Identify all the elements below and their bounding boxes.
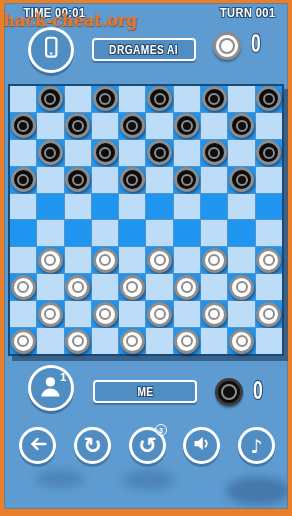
- board-square[interactable]: [10, 167, 36, 193]
- white-piece[interactable]: [65, 275, 90, 300]
- board-square[interactable]: [174, 194, 200, 220]
- board-square[interactable]: [256, 140, 282, 166]
- board-square[interactable]: [92, 274, 118, 300]
- board-square[interactable]: [228, 220, 254, 246]
- board-square[interactable]: [10, 194, 36, 220]
- speaker-icon: [191, 433, 212, 458]
- board-square[interactable]: [228, 167, 254, 193]
- board-square[interactable]: [92, 301, 118, 327]
- opponent-count-text: 0: [251, 30, 261, 56]
- undo-button[interactable]: ↺ 3: [129, 427, 166, 464]
- player-avatar-button[interactable]: 1: [28, 365, 74, 411]
- board-square[interactable]: [146, 328, 172, 354]
- black-piece[interactable]: [65, 167, 90, 192]
- board-square[interactable]: [119, 140, 145, 166]
- board-square[interactable]: [201, 194, 227, 220]
- board-square[interactable]: [256, 220, 282, 246]
- board-square[interactable]: [65, 328, 91, 354]
- black-piece[interactable]: [65, 113, 90, 138]
- board-square[interactable]: [201, 167, 227, 193]
- board-square[interactable]: [37, 194, 63, 220]
- black-piece[interactable]: [147, 86, 172, 111]
- black-piece[interactable]: [120, 167, 145, 192]
- board-square[interactable]: [119, 247, 145, 273]
- board-square[interactable]: [119, 328, 145, 354]
- undo-icon: ↺: [138, 435, 156, 457]
- music-note-icon: ♪: [250, 435, 262, 457]
- board-square[interactable]: [119, 194, 145, 220]
- board-square[interactable]: [119, 220, 145, 246]
- board-square[interactable]: [146, 247, 172, 273]
- black-piece[interactable]: [93, 86, 118, 111]
- board-square[interactable]: [228, 194, 254, 220]
- white-piece[interactable]: [256, 248, 281, 273]
- board-square[interactable]: [65, 247, 91, 273]
- board-square[interactable]: [10, 328, 36, 354]
- white-piece[interactable]: [65, 329, 90, 354]
- board-square[interactable]: [65, 140, 91, 166]
- white-piece[interactable]: [229, 275, 254, 300]
- sound-button[interactable]: [183, 427, 220, 464]
- player-count-text: 0: [253, 377, 263, 403]
- board-square[interactable]: [119, 113, 145, 139]
- board-square[interactable]: [37, 140, 63, 166]
- board-square[interactable]: [174, 113, 200, 139]
- black-piece[interactable]: [147, 140, 172, 165]
- board-square[interactable]: [174, 140, 200, 166]
- board-square[interactable]: [92, 140, 118, 166]
- board-square[interactable]: [146, 113, 172, 139]
- board-square[interactable]: [174, 220, 200, 246]
- board-square[interactable]: [146, 220, 172, 246]
- white-piece[interactable]: [147, 248, 172, 273]
- black-piece[interactable]: [229, 167, 254, 192]
- board-square[interactable]: [37, 220, 63, 246]
- board-square[interactable]: [201, 328, 227, 354]
- black-piece[interactable]: [120, 113, 145, 138]
- phone-icon: [38, 35, 64, 65]
- back-button[interactable]: [19, 427, 56, 464]
- board-square[interactable]: [37, 113, 63, 139]
- board-square[interactable]: [65, 167, 91, 193]
- board-square[interactable]: [119, 167, 145, 193]
- decorative-piece-shadow: [36, 470, 84, 488]
- player-name-button[interactable]: ME: [93, 380, 197, 403]
- board-square[interactable]: [256, 301, 282, 327]
- board-square[interactable]: [10, 247, 36, 273]
- board-square[interactable]: [146, 194, 172, 220]
- board-square[interactable]: [92, 167, 118, 193]
- board-square[interactable]: [119, 86, 145, 112]
- board-square[interactable]: [37, 274, 63, 300]
- board-square[interactable]: [65, 86, 91, 112]
- white-piece[interactable]: [147, 302, 172, 327]
- board-square[interactable]: [119, 301, 145, 327]
- white-piece[interactable]: [174, 275, 199, 300]
- white-piece[interactable]: [38, 302, 63, 327]
- board-square[interactable]: [201, 247, 227, 273]
- player-number-badge: 1: [60, 371, 66, 383]
- board-square[interactable]: [201, 113, 227, 139]
- white-piece[interactable]: [120, 329, 145, 354]
- board-square[interactable]: [256, 274, 282, 300]
- white-piece[interactable]: [11, 275, 36, 300]
- board-square[interactable]: [10, 113, 36, 139]
- board-square[interactable]: [201, 86, 227, 112]
- back-arrow-icon: [27, 433, 49, 459]
- restart-button[interactable]: ↻: [74, 427, 111, 464]
- white-piece[interactable]: [256, 302, 281, 327]
- board-square[interactable]: [174, 328, 200, 354]
- board-square[interactable]: [92, 194, 118, 220]
- white-piece[interactable]: [174, 329, 199, 354]
- board-square[interactable]: [146, 86, 172, 112]
- board-square[interactable]: [92, 328, 118, 354]
- board-square[interactable]: [92, 247, 118, 273]
- player-captured-piece-icon: [215, 378, 243, 406]
- opponent-captured-piece-icon: [213, 32, 241, 60]
- board-square[interactable]: [201, 140, 227, 166]
- board-square[interactable]: [228, 274, 254, 300]
- board-square[interactable]: [201, 301, 227, 327]
- black-piece[interactable]: [11, 167, 36, 192]
- black-piece[interactable]: [93, 140, 118, 165]
- black-piece[interactable]: [38, 86, 63, 111]
- board-square[interactable]: [10, 86, 36, 112]
- opponent-avatar-button[interactable]: [28, 27, 74, 73]
- board-square[interactable]: [65, 220, 91, 246]
- board-square[interactable]: [228, 113, 254, 139]
- undo-count-badge: 3: [155, 424, 167, 436]
- opponent-name: DRGAMES AI: [109, 43, 178, 57]
- board-square[interactable]: [256, 167, 282, 193]
- opponent-captured-count: 0: [249, 30, 263, 56]
- restart-icon: ↻: [83, 435, 101, 457]
- board-square[interactable]: [256, 247, 282, 273]
- draughts-board: [8, 84, 284, 356]
- black-piece[interactable]: [256, 140, 281, 165]
- black-piece[interactable]: [174, 167, 199, 192]
- black-piece[interactable]: [202, 86, 227, 111]
- board-square[interactable]: [174, 86, 200, 112]
- turn-label: TURN 001: [215, 5, 280, 20]
- white-piece[interactable]: [93, 248, 118, 273]
- board-square[interactable]: [10, 220, 36, 246]
- black-piece[interactable]: [174, 113, 199, 138]
- white-piece[interactable]: [229, 329, 254, 354]
- board-square[interactable]: [228, 301, 254, 327]
- white-piece[interactable]: [202, 248, 227, 273]
- black-piece[interactable]: [11, 113, 36, 138]
- player-name: ME: [137, 385, 153, 399]
- decorative-piece-shadow: [123, 470, 175, 490]
- board-square[interactable]: [174, 247, 200, 273]
- board-square[interactable]: [174, 274, 200, 300]
- board-square[interactable]: [37, 247, 63, 273]
- board-square[interactable]: [256, 86, 282, 112]
- music-button[interactable]: ♪: [238, 427, 275, 464]
- board-square[interactable]: [10, 140, 36, 166]
- board-square[interactable]: [201, 274, 227, 300]
- board-square[interactable]: [65, 113, 91, 139]
- board-square[interactable]: [92, 86, 118, 112]
- board-square[interactable]: [65, 301, 91, 327]
- board-square[interactable]: [174, 167, 200, 193]
- time-label: TIME 00:01: [18, 5, 91, 20]
- board-square[interactable]: [256, 113, 282, 139]
- board-square[interactable]: [10, 301, 36, 327]
- board-square[interactable]: [256, 194, 282, 220]
- board-square[interactable]: [228, 86, 254, 112]
- black-piece[interactable]: [229, 113, 254, 138]
- board-square[interactable]: [92, 220, 118, 246]
- opponent-name-button[interactable]: DRGAMES AI: [92, 38, 196, 61]
- board-square[interactable]: [174, 301, 200, 327]
- white-piece[interactable]: [202, 302, 227, 327]
- turn-text: TURN 001: [219, 5, 275, 20]
- time-text: TIME 00:01: [23, 5, 85, 20]
- player-captured-count: 0: [251, 377, 265, 403]
- board-square[interactable]: [37, 167, 63, 193]
- white-piece[interactable]: [11, 329, 36, 354]
- board-square[interactable]: [228, 328, 254, 354]
- black-piece[interactable]: [38, 140, 63, 165]
- board-square[interactable]: [65, 274, 91, 300]
- white-piece[interactable]: [38, 248, 63, 273]
- board-square[interactable]: [146, 301, 172, 327]
- board-square[interactable]: [37, 328, 63, 354]
- black-piece[interactable]: [256, 86, 281, 111]
- board-square[interactable]: [37, 86, 63, 112]
- board-square[interactable]: [65, 194, 91, 220]
- board-square[interactable]: [201, 220, 227, 246]
- board-square[interactable]: [146, 140, 172, 166]
- decorative-piece-shadow: [226, 477, 290, 505]
- board-square[interactable]: [37, 301, 63, 327]
- board-square[interactable]: [256, 328, 282, 354]
- board-square[interactable]: [228, 140, 254, 166]
- white-piece[interactable]: [93, 302, 118, 327]
- board-square[interactable]: [10, 274, 36, 300]
- board-square[interactable]: [228, 247, 254, 273]
- board-square[interactable]: [146, 274, 172, 300]
- board-square[interactable]: [119, 274, 145, 300]
- board-square[interactable]: [146, 167, 172, 193]
- white-piece[interactable]: [120, 275, 145, 300]
- board-square[interactable]: [92, 113, 118, 139]
- black-piece[interactable]: [202, 140, 227, 165]
